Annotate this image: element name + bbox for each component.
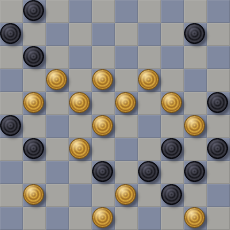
square-r3c9-light: [207, 69, 230, 92]
gold-man-piece[interactable]: [92, 115, 113, 136]
gold-man-piece[interactable]: [184, 115, 205, 136]
square-r5c0-dark[interactable]: [0, 115, 23, 138]
square-r1c7-light: [161, 23, 184, 46]
square-r7c0-dark[interactable]: [0, 161, 23, 184]
black-man-piece[interactable]: [0, 23, 21, 44]
checkers-board: [0, 0, 230, 230]
square-r6c1-dark[interactable]: [23, 138, 46, 161]
square-r8c1-dark[interactable]: [23, 184, 46, 207]
square-r1c6-dark[interactable]: [138, 23, 161, 46]
square-r0c3-dark[interactable]: [69, 0, 92, 23]
square-r4c3-dark[interactable]: [69, 92, 92, 115]
square-r1c5-light: [115, 23, 138, 46]
square-r1c0-dark[interactable]: [0, 23, 23, 46]
gold-man-piece[interactable]: [92, 69, 113, 90]
square-r9c9-light: [207, 207, 230, 230]
square-r7c4-dark[interactable]: [92, 161, 115, 184]
square-r1c9-light: [207, 23, 230, 46]
square-r6c8-light: [184, 138, 207, 161]
square-r9c6-dark[interactable]: [138, 207, 161, 230]
black-man-piece[interactable]: [161, 184, 182, 205]
gold-man-piece[interactable]: [23, 184, 44, 205]
square-r7c2-dark[interactable]: [46, 161, 69, 184]
square-r3c7-light: [161, 69, 184, 92]
square-r4c8-light: [184, 92, 207, 115]
square-r3c1-light: [23, 69, 46, 92]
square-r3c6-dark[interactable]: [138, 69, 161, 92]
square-r4c2-light: [46, 92, 69, 115]
square-r3c0-dark[interactable]: [0, 69, 23, 92]
square-r7c9-light: [207, 161, 230, 184]
square-r4c6-light: [138, 92, 161, 115]
gold-man-piece[interactable]: [69, 92, 90, 113]
square-r2c6-light: [138, 46, 161, 69]
square-r5c1-light: [23, 115, 46, 138]
square-r8c7-dark[interactable]: [161, 184, 184, 207]
square-r2c8-light: [184, 46, 207, 69]
square-r6c2-light: [46, 138, 69, 161]
square-r9c1-light: [23, 207, 46, 230]
square-r7c1-light: [23, 161, 46, 184]
square-r5c7-light: [161, 115, 184, 138]
square-r4c0-light: [0, 92, 23, 115]
square-r6c0-light: [0, 138, 23, 161]
square-r1c4-dark[interactable]: [92, 23, 115, 46]
black-man-piece[interactable]: [92, 161, 113, 182]
square-r0c0-light: [0, 0, 23, 23]
square-r0c1-dark[interactable]: [23, 0, 46, 23]
square-r0c9-dark[interactable]: [207, 0, 230, 23]
square-r9c4-dark[interactable]: [92, 207, 115, 230]
gold-man-piece[interactable]: [115, 92, 136, 113]
square-r0c5-dark[interactable]: [115, 0, 138, 23]
square-r2c1-dark[interactable]: [23, 46, 46, 69]
gold-man-piece[interactable]: [138, 69, 159, 90]
black-man-piece[interactable]: [0, 115, 21, 136]
square-r6c6-light: [138, 138, 161, 161]
square-r6c5-dark[interactable]: [115, 138, 138, 161]
black-man-piece[interactable]: [207, 138, 228, 159]
square-r6c4-light: [92, 138, 115, 161]
square-r8c9-dark[interactable]: [207, 184, 230, 207]
square-r2c4-light: [92, 46, 115, 69]
black-man-piece[interactable]: [138, 161, 159, 182]
square-r9c2-dark[interactable]: [46, 207, 69, 230]
square-r2c9-dark[interactable]: [207, 46, 230, 69]
gold-man-piece[interactable]: [92, 207, 113, 228]
square-r3c3-light: [69, 69, 92, 92]
black-man-piece[interactable]: [207, 92, 228, 113]
square-r5c8-dark[interactable]: [184, 115, 207, 138]
black-man-piece[interactable]: [184, 23, 205, 44]
square-r4c4-light: [92, 92, 115, 115]
square-r2c2-light: [46, 46, 69, 69]
square-r7c5-light: [115, 161, 138, 184]
square-r5c3-light: [69, 115, 92, 138]
square-r5c5-light: [115, 115, 138, 138]
square-r0c6-light: [138, 0, 161, 23]
square-r0c8-light: [184, 0, 207, 23]
square-r6c3-dark[interactable]: [69, 138, 92, 161]
black-man-piece[interactable]: [23, 138, 44, 159]
square-r2c0-light: [0, 46, 23, 69]
gold-man-piece[interactable]: [115, 184, 136, 205]
black-man-piece[interactable]: [23, 0, 44, 21]
gold-man-piece[interactable]: [23, 92, 44, 113]
square-r0c7-dark[interactable]: [161, 0, 184, 23]
gold-man-piece[interactable]: [46, 69, 67, 90]
square-r8c2-light: [46, 184, 69, 207]
square-r5c4-dark[interactable]: [92, 115, 115, 138]
square-r9c7-light: [161, 207, 184, 230]
square-r9c8-dark[interactable]: [184, 207, 207, 230]
square-r3c2-dark[interactable]: [46, 69, 69, 92]
square-r4c1-dark[interactable]: [23, 92, 46, 115]
square-r7c6-dark[interactable]: [138, 161, 161, 184]
square-r8c4-light: [92, 184, 115, 207]
square-r3c4-dark[interactable]: [92, 69, 115, 92]
square-r3c5-light: [115, 69, 138, 92]
square-r7c3-light: [69, 161, 92, 184]
square-r2c7-dark[interactable]: [161, 46, 184, 69]
square-r4c5-dark[interactable]: [115, 92, 138, 115]
square-r0c4-light: [92, 0, 115, 23]
square-r1c8-dark[interactable]: [184, 23, 207, 46]
square-r2c3-dark[interactable]: [69, 46, 92, 69]
square-r5c6-dark[interactable]: [138, 115, 161, 138]
square-r4c9-dark[interactable]: [207, 92, 230, 115]
square-r6c9-dark[interactable]: [207, 138, 230, 161]
square-r3c8-dark[interactable]: [184, 69, 207, 92]
square-r8c0-light: [0, 184, 23, 207]
square-r7c7-light: [161, 161, 184, 184]
square-r8c8-light: [184, 184, 207, 207]
square-r9c5-light: [115, 207, 138, 230]
black-man-piece[interactable]: [184, 161, 205, 182]
square-r7c8-dark[interactable]: [184, 161, 207, 184]
square-r8c6-light: [138, 184, 161, 207]
square-r1c2-dark[interactable]: [46, 23, 69, 46]
black-man-piece[interactable]: [23, 46, 44, 67]
square-r2c5-dark[interactable]: [115, 46, 138, 69]
square-r1c1-light: [23, 23, 46, 46]
gold-man-piece[interactable]: [184, 207, 205, 228]
square-r9c3-light: [69, 207, 92, 230]
gold-man-piece[interactable]: [69, 138, 90, 159]
square-r0c2-light: [46, 0, 69, 23]
gold-man-piece[interactable]: [161, 92, 182, 113]
checkers-app: [0, 0, 230, 230]
black-man-piece[interactable]: [161, 138, 182, 159]
square-r8c5-dark[interactable]: [115, 184, 138, 207]
square-r9c0-dark[interactable]: [0, 207, 23, 230]
square-r6c7-dark[interactable]: [161, 138, 184, 161]
square-r1c3-light: [69, 23, 92, 46]
square-r5c9-light: [207, 115, 230, 138]
square-r8c3-dark[interactable]: [69, 184, 92, 207]
square-r4c7-dark[interactable]: [161, 92, 184, 115]
square-r5c2-dark[interactable]: [46, 115, 69, 138]
